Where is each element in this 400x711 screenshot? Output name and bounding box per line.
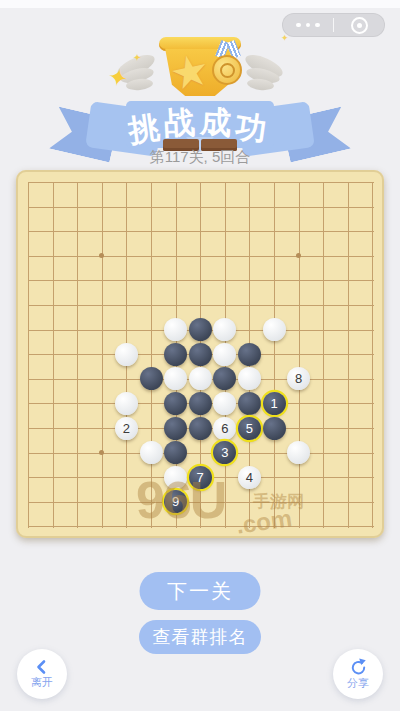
stone-white xyxy=(189,367,212,390)
stone-white xyxy=(140,441,163,464)
wechat-capsule xyxy=(282,13,385,37)
stone-black xyxy=(164,417,187,440)
next-level-button[interactable]: 下一关 xyxy=(140,572,261,610)
share-button[interactable]: 分享 xyxy=(333,649,383,699)
stone-white xyxy=(164,466,187,489)
stone-black xyxy=(164,392,187,415)
stone-black xyxy=(189,343,212,366)
share-icon xyxy=(348,658,368,676)
stone-black xyxy=(189,392,212,415)
more-dots-icon xyxy=(315,23,320,28)
stone-black xyxy=(189,318,212,341)
gomoku-board: 81265374996U 手游网 .com xyxy=(16,170,384,538)
stone-white xyxy=(115,392,138,415)
close-minimize-button[interactable] xyxy=(334,14,384,36)
stone-black-move-1: 1 xyxy=(263,392,286,415)
stone-black xyxy=(263,417,286,440)
more-button[interactable] xyxy=(283,14,333,36)
stone-black xyxy=(238,392,261,415)
banner-title: 挑战成功 xyxy=(70,104,330,148)
leave-label: 离开 xyxy=(31,675,53,690)
stone-white xyxy=(115,343,138,366)
share-label: 分享 xyxy=(347,676,369,691)
stone-white-move-6: 6 xyxy=(213,417,236,440)
stone-black xyxy=(164,343,187,366)
stone-white xyxy=(263,318,286,341)
stone-black-move-5: 5 xyxy=(238,417,261,440)
status-bar xyxy=(0,0,400,8)
medal-icon xyxy=(212,55,242,85)
level-round-subtitle: 第117关, 5回合 xyxy=(0,148,400,167)
stone-black xyxy=(140,367,163,390)
more-dots-icon xyxy=(296,23,301,28)
group-ranking-button[interactable]: 查看群排名 xyxy=(139,620,261,654)
stone-white-move-4: 4 xyxy=(238,466,261,489)
chevron-left-icon xyxy=(34,659,50,675)
stone-white xyxy=(213,343,236,366)
sparkle-icon: ✦ xyxy=(133,53,141,63)
more-dots-icon xyxy=(306,23,311,28)
stone-black xyxy=(238,343,261,366)
record-circle-icon xyxy=(351,17,368,34)
stone-black xyxy=(189,417,212,440)
sparkle-icon: ✦ xyxy=(281,34,289,43)
stone-white-move-2: 2 xyxy=(115,417,138,440)
leave-button[interactable]: 离开 xyxy=(17,649,67,699)
stone-black-move-7: 7 xyxy=(189,466,212,489)
